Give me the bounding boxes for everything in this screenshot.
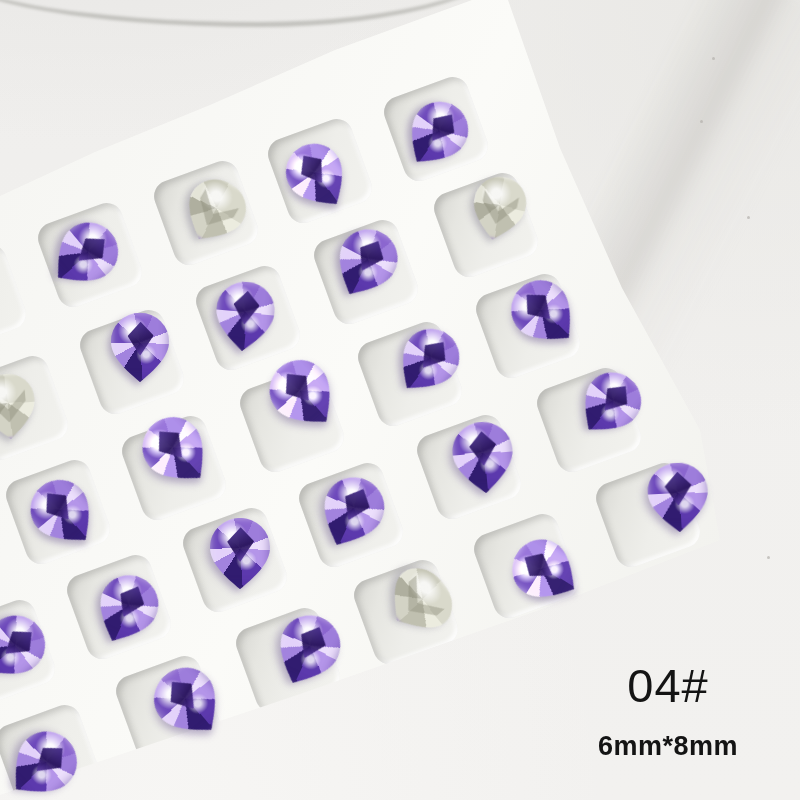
rhinestone-purple (0, 716, 93, 800)
gem-facets (321, 216, 410, 310)
rhinestone-purple (138, 652, 237, 753)
gem-table-facet (351, 235, 390, 277)
gem-table-facet (595, 378, 635, 419)
gem-facets (392, 87, 483, 181)
rhinestone-purple (382, 314, 474, 408)
gem-facets (0, 600, 60, 695)
gem-table-facet (477, 190, 519, 232)
gem-facets (0, 369, 40, 444)
gem-table-facet (37, 485, 79, 528)
rhinestone-purple (448, 416, 518, 497)
gem-facets (138, 652, 237, 753)
gem-facets (127, 401, 225, 500)
gem-table-facet (293, 148, 333, 190)
gem-table-facet (0, 622, 40, 664)
rhinestone-flipped-back (373, 554, 467, 649)
gem-table-facet (391, 575, 445, 631)
gem-facets (448, 416, 518, 497)
rhinestone-purple (263, 602, 353, 698)
gem-table-facet (337, 483, 376, 526)
gem-table-facet (149, 422, 192, 466)
rhinestone-purple (254, 344, 352, 443)
product-color-code: 04# (598, 658, 738, 713)
gem-facets (254, 344, 352, 443)
gem-facets (83, 562, 170, 655)
gem-table-facet (422, 107, 462, 149)
gem-table-facet (128, 322, 154, 356)
gem-facets (272, 129, 362, 222)
gem-facets (565, 358, 656, 450)
gem-facets (109, 310, 171, 384)
gem-table-facet (70, 229, 113, 271)
gem-facets (373, 554, 467, 649)
rhinestone-purple (127, 401, 225, 500)
rhinestone-purple (496, 265, 592, 361)
rhinestone-purple (498, 526, 592, 617)
gem-facets (171, 166, 259, 256)
rhinestone-purple (83, 562, 170, 655)
gem-table-facet (277, 365, 320, 409)
gem-table-facet (468, 430, 498, 467)
rhinestone-purple (208, 515, 272, 591)
gem-table-facet (232, 290, 261, 326)
rhinestone-purple (272, 129, 362, 222)
gem-facets (37, 207, 134, 302)
gem-facets (382, 314, 474, 408)
rhinestone-flipped-back (0, 369, 40, 444)
gem-table-facet (413, 334, 453, 376)
product-size-label: 6mm*8mm (598, 731, 738, 762)
rhinestone-flipped-back (171, 166, 259, 256)
rhinestone-purple (37, 207, 134, 302)
gem-facets (15, 465, 110, 562)
gem-table-facet (517, 286, 559, 328)
gem-facets (208, 515, 272, 591)
product-caption: 04# 6mm*8mm (598, 658, 738, 762)
gem-facets (263, 602, 353, 698)
rhinestone-flipped-back (465, 169, 534, 247)
rhinestone-purple (321, 216, 410, 310)
gem-facets (496, 265, 592, 361)
gem-table-facet (293, 621, 332, 664)
product-photo: 04# 6mm*8mm (0, 0, 800, 800)
gem-facets (0, 716, 93, 800)
gem-table-facet (518, 546, 560, 586)
rhinestone-purple (392, 87, 483, 181)
gem-table-facet (664, 471, 693, 506)
gem-facets (644, 458, 712, 535)
rhinestone-purple (109, 310, 171, 384)
gem-table-facet (188, 188, 240, 238)
gem-table-facet (0, 389, 28, 428)
rhinestone-purple (0, 600, 60, 695)
rhinestone-purple (565, 358, 656, 450)
gem-table-facet (112, 581, 150, 623)
rhinestone-purple (644, 458, 712, 535)
rhinestone-purple (307, 464, 397, 560)
gem-facets (498, 526, 592, 617)
gem-facets (307, 464, 397, 560)
gem-facets (465, 169, 534, 247)
gem-facets (211, 276, 279, 355)
rhinestone-purple (211, 276, 279, 355)
gem-table-facet (161, 673, 205, 718)
rhinestone-purple (15, 465, 110, 562)
gem-table-facet (227, 527, 254, 562)
gem-table-facet (28, 738, 72, 781)
